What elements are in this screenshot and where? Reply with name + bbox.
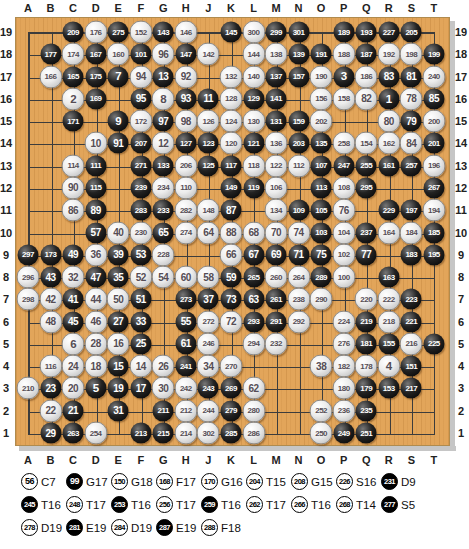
stone-Q16: 82 xyxy=(355,87,378,110)
stone-F6: 33 xyxy=(130,311,151,332)
stone-T18: 199 xyxy=(423,44,444,65)
stone-O12: 113 xyxy=(311,177,332,198)
caption-point-label: D19 xyxy=(41,522,62,534)
stone-T13: 196 xyxy=(422,154,445,177)
caption-entry-move-278: 278D19 xyxy=(21,519,66,536)
stone-F1: 213 xyxy=(130,423,151,444)
stone-C16: 2 xyxy=(62,87,85,110)
stone-M13: 122 xyxy=(265,154,288,177)
stone-C18: 174 xyxy=(62,43,85,66)
coord-bottom-G: G xyxy=(159,455,168,466)
stone-B9: 173 xyxy=(40,244,61,265)
stone-P5: 276 xyxy=(332,332,355,355)
stone-S4: 151 xyxy=(401,356,422,377)
stone-M14: 136 xyxy=(265,132,288,155)
stone-K12: 149 xyxy=(220,177,241,198)
stone-P1: 249 xyxy=(333,423,354,444)
stone-H12: 110 xyxy=(174,176,197,199)
stone-D19: 176 xyxy=(84,21,107,44)
stone-G16: 8 xyxy=(152,87,175,110)
black-move-number-circle: 259 xyxy=(201,496,218,513)
stone-J14: 123 xyxy=(198,133,219,154)
stone-L17: 140 xyxy=(242,65,265,88)
stone-Q14: 154 xyxy=(355,132,378,155)
coord-left-14: 14 xyxy=(0,138,12,149)
caption-point-label: T17 xyxy=(86,499,106,511)
stone-E19: 275 xyxy=(108,22,129,43)
stone-J16: 11 xyxy=(198,88,219,109)
stone-F14: 207 xyxy=(130,133,151,154)
caption-entry-move-170: 170G16 xyxy=(201,473,246,490)
stone-E15: 9 xyxy=(108,111,129,132)
stone-B2: 22 xyxy=(39,399,62,422)
stone-J13: 125 xyxy=(198,155,219,176)
stone-K19: 145 xyxy=(220,22,241,43)
stone-S11: 197 xyxy=(401,200,422,221)
caption-point-label: T14 xyxy=(356,499,376,511)
stone-H18: 147 xyxy=(175,44,196,65)
stone-M12: 106 xyxy=(265,176,288,199)
caption-point-label: T16 xyxy=(311,499,331,511)
stone-E2: 31 xyxy=(108,400,129,421)
stone-J8: 58 xyxy=(197,266,220,289)
stone-R6: 218 xyxy=(377,310,400,333)
stone-H11: 282 xyxy=(174,199,197,222)
coord-left-8: 8 xyxy=(3,272,9,283)
caption-entry-move-248: 248T17 xyxy=(66,496,111,513)
caption-point-label: T17 xyxy=(266,499,286,511)
stone-Q4: 178 xyxy=(355,355,378,378)
stone-K8: 59 xyxy=(220,267,241,288)
stone-O1: 250 xyxy=(310,422,333,445)
stone-J1: 302 xyxy=(197,422,220,445)
white-move-number-circle: 284 xyxy=(111,519,128,536)
coord-top-K: K xyxy=(227,3,235,14)
stone-L7: 63 xyxy=(243,289,264,310)
stone-M15: 131 xyxy=(266,111,287,132)
stone-L3: 62 xyxy=(242,377,265,400)
stone-D18: 167 xyxy=(85,44,106,65)
caption-point-label: T16 xyxy=(221,499,241,511)
stone-M6: 291 xyxy=(266,311,287,332)
stone-N11: 109 xyxy=(288,200,309,221)
stone-J5: 246 xyxy=(197,332,220,355)
coord-right-16: 16 xyxy=(455,93,467,104)
stone-G19: 143 xyxy=(153,22,174,43)
stone-S3: 217 xyxy=(401,378,422,399)
caption-point-label: T16 xyxy=(131,499,151,511)
coord-left-13: 13 xyxy=(0,160,12,171)
stone-N14: 203 xyxy=(288,133,309,154)
stone-K15: 124 xyxy=(219,110,242,133)
coord-left-9: 9 xyxy=(3,249,9,260)
coord-right-7: 7 xyxy=(458,294,464,305)
stone-C13: 114 xyxy=(62,154,85,177)
stone-Q12: 295 xyxy=(356,177,377,198)
stone-C3: 20 xyxy=(62,377,85,400)
stone-R3: 153 xyxy=(378,378,399,399)
go-kifu-diagram: 56C799G17150G18168F17170G16204T15208G152… xyxy=(0,0,469,549)
coord-right-19: 19 xyxy=(455,27,467,38)
coord-right-2: 2 xyxy=(458,405,464,416)
stone-R18: 192 xyxy=(377,43,400,66)
coord-right-18: 18 xyxy=(455,49,467,60)
coord-left-18: 18 xyxy=(0,49,12,60)
stone-L9: 67 xyxy=(243,244,264,265)
stone-P8: 100 xyxy=(332,266,355,289)
stone-P4: 182 xyxy=(332,355,355,378)
stone-G17: 13 xyxy=(153,66,174,87)
stone-Q5: 181 xyxy=(356,333,377,354)
stone-O2: 252 xyxy=(310,399,333,422)
coord-top-D: D xyxy=(92,3,100,14)
stone-D3: 5 xyxy=(85,378,106,399)
caption-point-label: F18 xyxy=(221,522,241,534)
caption-entry-move-262: 262T17 xyxy=(246,496,291,513)
stone-S6: 221 xyxy=(401,311,422,332)
stone-B3: 23 xyxy=(40,378,61,399)
stone-D17: 175 xyxy=(85,66,106,87)
coord-right-11: 11 xyxy=(455,205,467,216)
stone-E8: 35 xyxy=(108,267,129,288)
stone-A8: 296 xyxy=(17,266,40,289)
stone-K14: 120 xyxy=(219,132,242,155)
stone-A9: 297 xyxy=(18,244,39,265)
stone-O14: 135 xyxy=(311,133,332,154)
stone-E14: 91 xyxy=(108,133,129,154)
stone-G1: 215 xyxy=(153,423,174,444)
coord-left-11: 11 xyxy=(0,205,12,216)
coord-top-P: P xyxy=(340,3,347,14)
stone-M16: 141 xyxy=(266,88,287,109)
stone-R19: 227 xyxy=(378,22,399,43)
coord-right-14: 14 xyxy=(455,138,467,149)
stone-R10: 164 xyxy=(377,221,400,244)
black-move-number-circle: 277 xyxy=(381,496,398,513)
stone-B7: 42 xyxy=(39,288,62,311)
stone-O10: 103 xyxy=(311,222,332,243)
coord-top-O: O xyxy=(317,3,326,14)
board-edge-bottom xyxy=(19,446,456,451)
stone-E9: 39 xyxy=(108,244,129,265)
coord-bottom-D: D xyxy=(92,455,100,466)
stone-S17: 81 xyxy=(401,66,422,87)
stone-D9: 36 xyxy=(84,243,107,266)
coord-top-T: T xyxy=(431,3,438,14)
caption-entry-move-266: 266T16 xyxy=(291,496,336,513)
stone-H17: 92 xyxy=(174,65,197,88)
coord-top-R: R xyxy=(385,3,393,14)
coord-top-Q: Q xyxy=(362,3,371,14)
coord-bottom-H: H xyxy=(182,455,190,466)
stone-N19: 301 xyxy=(288,22,309,43)
white-move-number-circle: 288 xyxy=(201,519,218,536)
coord-top-C: C xyxy=(69,3,77,14)
coord-bottom-Q: Q xyxy=(362,455,371,466)
white-move-number-circle: 168 xyxy=(156,473,173,490)
stone-N8: 264 xyxy=(287,266,310,289)
stone-N13: 112 xyxy=(287,154,310,177)
stone-C5: 6 xyxy=(62,332,85,355)
stone-G13: 133 xyxy=(153,155,174,176)
stone-L14: 121 xyxy=(243,133,264,154)
stone-M9: 69 xyxy=(266,244,287,265)
stone-O16: 156 xyxy=(310,87,333,110)
caption-entry-move-253: 253T16 xyxy=(111,496,156,513)
coord-right-6: 6 xyxy=(458,316,464,327)
caption-point-label: T17 xyxy=(176,499,196,511)
stone-H13: 206 xyxy=(174,154,197,177)
coord-left-2: 2 xyxy=(3,405,9,416)
stone-Q10: 237 xyxy=(356,222,377,243)
stone-K10: 88 xyxy=(219,221,242,244)
stone-B1: 29 xyxy=(40,423,61,444)
stone-E10: 40 xyxy=(107,221,130,244)
white-move-number-circle: 278 xyxy=(21,519,38,536)
stone-B4: 116 xyxy=(39,355,62,378)
stone-Q19: 193 xyxy=(356,22,377,43)
coord-right-15: 15 xyxy=(455,116,467,127)
coord-right-17: 17 xyxy=(455,71,467,82)
coord-bottom-E: E xyxy=(115,455,122,466)
stone-D5: 28 xyxy=(84,332,107,355)
stone-P17: 3 xyxy=(333,66,354,87)
coord-bottom-F: F xyxy=(137,455,144,466)
stone-Q17: 186 xyxy=(355,65,378,88)
stone-C4: 24 xyxy=(62,355,85,378)
stone-N6: 292 xyxy=(287,310,310,333)
stone-N18: 139 xyxy=(288,44,309,65)
stone-N15: 159 xyxy=(288,111,309,132)
stone-H19: 146 xyxy=(174,21,197,44)
stone-B8: 43 xyxy=(40,267,61,288)
stone-T16: 85 xyxy=(423,88,444,109)
caption-entry-move-204: 204T15 xyxy=(246,473,291,490)
stone-C6: 45 xyxy=(63,311,84,332)
black-move-number-circle: 281 xyxy=(66,519,83,536)
stone-H14: 127 xyxy=(175,133,196,154)
stone-A7: 298 xyxy=(17,288,40,311)
stone-F9: 53 xyxy=(130,244,151,265)
stone-C9: 49 xyxy=(63,244,84,265)
caption-point-label: T16 xyxy=(41,499,61,511)
stone-L16: 129 xyxy=(243,88,264,109)
caption-entry-move-281: 281E19 xyxy=(66,519,111,536)
stone-D12: 115 xyxy=(85,177,106,198)
stone-P2: 236 xyxy=(332,399,355,422)
stone-C12: 90 xyxy=(62,176,85,199)
stone-H1: 214 xyxy=(174,422,197,445)
coord-left-7: 7 xyxy=(3,294,9,305)
stone-K17: 132 xyxy=(219,65,242,88)
caption-point-label: T15 xyxy=(266,476,286,488)
stone-G10: 65 xyxy=(153,222,174,243)
caption-entry-move-168: 168F17 xyxy=(156,473,201,490)
stone-T17: 240 xyxy=(422,65,445,88)
stone-L2: 280 xyxy=(242,399,265,422)
stone-T14: 201 xyxy=(423,133,444,154)
caption-entry-move-150: 150G18 xyxy=(111,473,156,490)
stone-R5: 155 xyxy=(378,333,399,354)
stone-D4: 18 xyxy=(84,355,107,378)
caption-entry-move-99: 99G17 xyxy=(66,473,111,490)
black-move-number-circle: 245 xyxy=(21,496,38,513)
stone-F10: 230 xyxy=(129,221,152,244)
coord-left-4: 4 xyxy=(3,361,9,372)
white-move-number-circle: 262 xyxy=(246,496,263,513)
stone-S18: 198 xyxy=(400,43,423,66)
black-move-number-circle: 99 xyxy=(66,473,83,490)
stone-E17: 7 xyxy=(108,66,129,87)
stone-O9: 75 xyxy=(311,244,332,265)
stone-T11: 194 xyxy=(422,199,445,222)
stone-E6: 27 xyxy=(108,311,129,332)
coord-right-10: 10 xyxy=(455,227,467,238)
stone-A3: 210 xyxy=(17,377,40,400)
stone-C7: 41 xyxy=(63,289,84,310)
stone-F4: 14 xyxy=(129,355,152,378)
stone-E18: 160 xyxy=(107,43,130,66)
caption-point-label: S16 xyxy=(356,476,376,488)
white-move-number-circle: 208 xyxy=(291,473,308,490)
coord-bottom-N: N xyxy=(295,455,303,466)
caption-entry-move-245: 245T16 xyxy=(21,496,66,513)
stone-R13: 161 xyxy=(378,155,399,176)
stone-Q3: 179 xyxy=(356,378,377,399)
caption-entry-move-268: 268T14 xyxy=(336,496,381,513)
stone-Q18: 187 xyxy=(356,44,377,65)
stone-N7: 238 xyxy=(287,288,310,311)
white-move-number-circle: 170 xyxy=(201,473,218,490)
stone-G18: 96 xyxy=(152,43,175,66)
stone-R14: 162 xyxy=(377,132,400,155)
white-move-number-circle: 248 xyxy=(66,496,83,513)
stone-L8: 265 xyxy=(243,267,264,288)
stone-B17: 166 xyxy=(39,65,62,88)
stone-S9: 183 xyxy=(401,244,422,265)
stone-J10: 64 xyxy=(197,221,220,244)
stone-J15: 126 xyxy=(197,110,220,133)
stone-F15: 172 xyxy=(129,110,152,133)
stone-R17: 83 xyxy=(378,66,399,87)
coord-bottom-M: M xyxy=(271,455,280,466)
stone-P3: 180 xyxy=(332,377,355,400)
coord-right-3: 3 xyxy=(458,383,464,394)
caption-entry-move-226: 226S16 xyxy=(336,473,381,490)
caption-entry-move-287: 287E19 xyxy=(156,519,201,536)
stone-C17: 165 xyxy=(63,66,84,87)
coord-right-13: 13 xyxy=(455,160,467,171)
stone-F13: 271 xyxy=(130,155,151,176)
stone-M5: 232 xyxy=(265,332,288,355)
coord-left-12: 12 xyxy=(0,182,12,193)
stone-J11: 148 xyxy=(197,199,220,222)
stone-S16: 78 xyxy=(400,87,423,110)
stone-G8: 54 xyxy=(152,266,175,289)
stone-K13: 117 xyxy=(220,155,241,176)
white-move-number-circle: 226 xyxy=(336,473,353,490)
stone-C15: 171 xyxy=(63,111,84,132)
coord-top-G: G xyxy=(159,3,168,14)
caption-row-2: 245T16248T17253T16256T17259T16262T17266T… xyxy=(0,493,469,516)
stone-M11: 134 xyxy=(265,199,288,222)
stone-K3: 269 xyxy=(220,378,241,399)
coord-bottom-C: C xyxy=(69,455,77,466)
stone-H6: 55 xyxy=(175,311,196,332)
caption-point-label: G16 xyxy=(221,476,243,488)
stone-O11: 105 xyxy=(311,200,332,221)
stone-Q2: 235 xyxy=(356,400,377,421)
stone-C11: 86 xyxy=(62,199,85,222)
coord-left-6: 6 xyxy=(3,316,9,327)
stone-P19: 189 xyxy=(333,22,354,43)
white-move-number-circle: 150 xyxy=(111,473,128,490)
stone-S7: 223 xyxy=(401,289,422,310)
caption-point-label: E19 xyxy=(86,522,106,534)
stone-F8: 52 xyxy=(129,266,152,289)
stone-K6: 72 xyxy=(219,310,242,333)
caption-entry-move-256: 256T17 xyxy=(156,496,201,513)
coord-left-3: 3 xyxy=(3,383,9,394)
coord-top-S: S xyxy=(408,3,415,14)
caption-entry-move-56: 56C7 xyxy=(21,473,66,490)
stone-K2: 279 xyxy=(220,400,241,421)
stone-E5: 16 xyxy=(107,332,130,355)
coord-left-10: 10 xyxy=(0,227,12,238)
stone-R11: 229 xyxy=(378,200,399,221)
stone-H7: 273 xyxy=(175,289,196,310)
stone-R7: 222 xyxy=(377,288,400,311)
coord-right-8: 8 xyxy=(458,272,464,283)
stone-O15: 202 xyxy=(310,110,333,133)
caption-point-label: C7 xyxy=(41,476,56,488)
stone-P18: 188 xyxy=(332,43,355,66)
stone-C19: 209 xyxy=(63,22,84,43)
black-move-number-circle: 253 xyxy=(111,496,128,513)
stone-H3: 242 xyxy=(174,377,197,400)
stone-L15: 130 xyxy=(242,110,265,133)
stone-M19: 299 xyxy=(266,22,287,43)
stone-S14: 84 xyxy=(400,132,423,155)
coord-bottom-T: T xyxy=(431,455,438,466)
stone-L10: 68 xyxy=(242,221,265,244)
white-move-number-circle: 268 xyxy=(336,496,353,513)
stone-Q6: 219 xyxy=(356,311,377,332)
stone-R4: 4 xyxy=(377,355,400,378)
coord-top-B: B xyxy=(47,3,55,14)
coord-right-1: 1 xyxy=(458,428,464,439)
caption-point-label: F17 xyxy=(176,476,196,488)
stone-D16: 169 xyxy=(85,88,106,109)
stone-D8: 47 xyxy=(85,267,106,288)
stone-Q7: 220 xyxy=(355,288,378,311)
stone-E4: 15 xyxy=(108,356,129,377)
stone-D14: 10 xyxy=(84,132,107,155)
coord-bottom-A: A xyxy=(24,455,32,466)
stone-C1: 263 xyxy=(63,423,84,444)
coord-top-N: N xyxy=(295,3,303,14)
stone-O13: 107 xyxy=(311,155,332,176)
stone-H4: 241 xyxy=(175,356,196,377)
caption-entry-move-288: 288F18 xyxy=(201,519,246,536)
stone-F19: 152 xyxy=(129,21,152,44)
stone-D13: 111 xyxy=(85,155,106,176)
stone-E3: 19 xyxy=(108,378,129,399)
coord-bottom-J: J xyxy=(205,455,211,466)
stone-L18: 144 xyxy=(242,43,265,66)
coord-bottom-P: P xyxy=(340,455,347,466)
coord-right-9: 9 xyxy=(458,249,464,260)
